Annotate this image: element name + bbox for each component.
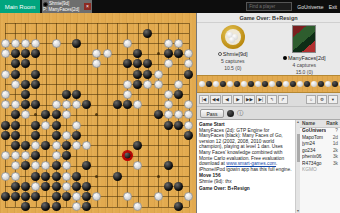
black-stone xyxy=(21,141,30,150)
black-stone xyxy=(31,172,40,181)
white-stone xyxy=(11,161,20,170)
pass-button[interactable]: Pass xyxy=(200,109,224,118)
white-player-card: Shmie[9d] 5 captures 10.5 (0) xyxy=(197,23,269,75)
black-stone-icon xyxy=(43,2,48,7)
exit-link[interactable]: Exit xyxy=(329,4,337,10)
black-stone xyxy=(11,141,20,150)
black-stone xyxy=(82,192,91,201)
white-stone xyxy=(52,141,61,150)
move-thumb-stone[interactable] xyxy=(318,81,324,87)
players-row: Shmie[9d] 5 captures 10.5 (0) ManyFaces[… xyxy=(197,23,340,75)
score-icon[interactable]: ○ xyxy=(306,95,316,104)
white-stone xyxy=(31,39,40,48)
white-stone xyxy=(52,100,61,109)
white-stone xyxy=(123,192,132,201)
white-stone xyxy=(52,39,61,48)
move-thumb-stone[interactable] xyxy=(227,81,233,87)
move-thumb-stone[interactable] xyxy=(199,81,205,87)
black-stone xyxy=(174,182,183,191)
nav-button[interactable]: ◀◀ xyxy=(210,95,221,104)
black-stone xyxy=(52,172,61,181)
close-icon[interactable]: × xyxy=(84,3,91,10)
black-stone xyxy=(174,202,183,211)
move-thumb-stone[interactable] xyxy=(213,81,219,87)
white-stone xyxy=(184,100,193,109)
black-stone xyxy=(174,90,183,99)
move-thumb-stone[interactable] xyxy=(311,81,317,87)
nav-button[interactable]: ↱ xyxy=(278,95,288,104)
chat-message: Shmie (9d): thx xyxy=(199,179,293,185)
white-stone xyxy=(1,49,10,58)
black-stone xyxy=(62,192,71,201)
black-stone xyxy=(82,202,91,211)
black-stone xyxy=(123,100,132,109)
black-stone xyxy=(21,161,30,170)
move-thumb-stone[interactable] xyxy=(262,81,268,87)
black-stone xyxy=(31,151,40,160)
black-stone xyxy=(62,151,71,160)
white-stone xyxy=(41,161,50,170)
navigation-toolbar: |◀◀◀◀▶▶▶▶|↰↱ ○⚙▾ xyxy=(197,93,340,107)
game-tab-labels: Shmie[9d] P: ManyFaces[2d] xyxy=(43,1,83,11)
white-stone xyxy=(31,182,40,191)
black-stone-icon xyxy=(283,56,287,60)
black-player-card: ManyFaces[2d] 4 captures 15.0 (0) xyxy=(269,23,340,75)
black-stone xyxy=(41,141,50,150)
white-stone xyxy=(123,80,132,89)
black-stone xyxy=(21,90,30,99)
black-stone xyxy=(11,70,20,79)
hoshi-point xyxy=(34,113,37,116)
white-stone xyxy=(164,90,173,99)
black-stone xyxy=(123,151,132,160)
move-history-strip[interactable] xyxy=(197,75,340,93)
black-stone xyxy=(184,131,193,140)
white-stone xyxy=(82,141,91,150)
white-clock: 10.5 (0) xyxy=(224,65,241,71)
white-stone xyxy=(11,151,20,160)
find-player-input[interactable] xyxy=(246,2,292,11)
black-captures: 4 captures xyxy=(293,62,316,68)
white-stone xyxy=(72,192,81,201)
white-stone xyxy=(21,151,30,160)
tab-current-game[interactable]: Shmie[9d] P: ManyFaces[2d] × xyxy=(42,0,92,13)
move-thumb-stone[interactable] xyxy=(241,81,247,87)
white-stone xyxy=(21,110,30,119)
black-stone xyxy=(174,121,183,130)
user-row[interactable]: KGMO xyxy=(300,167,340,174)
white-stone xyxy=(52,151,61,160)
chat-message: ManyFaces (2d): GTP Engine for ManyFaces… xyxy=(199,128,293,173)
hoshi-point xyxy=(95,113,98,116)
turn-indicator-black-stone xyxy=(227,110,234,117)
white-stone xyxy=(154,80,163,89)
tab-main-room[interactable]: Main Room xyxy=(0,0,40,13)
chat-link[interactable]: www.smart-games.com xyxy=(226,161,276,166)
move-thumb-stone[interactable] xyxy=(234,81,240,87)
black-stone xyxy=(62,141,71,150)
black-stone xyxy=(21,192,30,201)
black-stone xyxy=(21,80,30,89)
black-stone xyxy=(82,182,91,191)
black-stone xyxy=(41,110,50,119)
white-stone xyxy=(184,121,193,130)
black-stone xyxy=(52,110,61,119)
white-stone xyxy=(143,80,152,89)
white-stone xyxy=(1,151,10,160)
chat-author: Shmie (9d): xyxy=(199,179,224,184)
black-stone xyxy=(1,192,10,201)
white-stone xyxy=(92,59,101,68)
black-stone xyxy=(154,110,163,119)
grid-line xyxy=(148,23,149,207)
black-stone xyxy=(52,131,61,140)
grid-line xyxy=(5,207,189,208)
white-player-avatar xyxy=(221,25,245,49)
black-stone xyxy=(62,90,71,99)
hoshi-point xyxy=(95,175,98,178)
black-stone xyxy=(164,182,173,191)
black-stone xyxy=(41,172,50,181)
white-stone xyxy=(164,100,173,109)
move-thumb-stone[interactable] xyxy=(290,81,296,87)
white-stone xyxy=(92,192,101,201)
white-stone xyxy=(184,110,193,119)
white-stone xyxy=(184,49,193,58)
white-stone xyxy=(164,110,173,119)
white-stone xyxy=(31,161,40,170)
white-stone xyxy=(72,121,81,130)
white-stone xyxy=(164,39,173,48)
black-stone xyxy=(52,192,61,201)
black-stone xyxy=(133,70,142,79)
white-stone xyxy=(62,182,71,191)
white-stone xyxy=(92,49,101,58)
black-stone xyxy=(31,131,40,140)
white-stone xyxy=(72,100,81,109)
go-board[interactable] xyxy=(0,13,196,213)
black-stone xyxy=(31,80,40,89)
game-result: Game Over: B+Resign xyxy=(197,13,340,23)
black-stone xyxy=(41,202,50,211)
black-stone xyxy=(72,172,81,181)
black-stone xyxy=(164,161,173,170)
chat-header: Game Over: B+Resign xyxy=(199,186,293,192)
black-stone xyxy=(1,131,10,140)
white-stone xyxy=(62,100,71,109)
black-stone xyxy=(31,49,40,58)
move-thumb-stone[interactable] xyxy=(255,81,261,87)
hoshi-point xyxy=(157,175,160,178)
white-stone xyxy=(1,90,10,99)
move-thumb-stone[interactable] xyxy=(297,81,303,87)
top-bar: Main Room Shmie[9d] P: ManyFaces[2d] × G… xyxy=(0,0,340,13)
move-thumb-stone[interactable] xyxy=(283,81,289,87)
move-thumb-stone[interactable] xyxy=(269,81,275,87)
black-stone xyxy=(31,100,40,109)
move-thumb-stone[interactable] xyxy=(332,81,338,87)
scroll-down-icon[interactable]: ▼ xyxy=(296,209,300,213)
white-stone xyxy=(31,141,40,150)
move-thumb-stone[interactable] xyxy=(304,81,310,87)
black-player-name[interactable]: ManyFaces[2d] xyxy=(283,55,326,61)
white-stone xyxy=(133,100,142,109)
black-stone xyxy=(11,182,20,191)
black-stone xyxy=(11,131,20,140)
white-stone xyxy=(184,192,193,201)
nav-button[interactable]: |◀ xyxy=(199,95,209,104)
white-stone xyxy=(133,202,142,211)
white-stone xyxy=(62,110,71,119)
move-thumb-stone[interactable] xyxy=(276,81,282,87)
white-stone xyxy=(1,100,10,109)
white-stone xyxy=(11,100,20,109)
black-stone xyxy=(11,192,20,201)
black-stone xyxy=(72,39,81,48)
black-stone xyxy=(72,131,81,140)
user-list: Name Rank GoUniverse?MapoTom2djym241dgo2… xyxy=(300,120,340,213)
action-row: Pass ⓘ xyxy=(197,107,340,120)
black-stone xyxy=(184,70,193,79)
chevron-down-icon[interactable]: ▾ xyxy=(328,95,338,104)
black-stone xyxy=(113,172,122,181)
white-stone xyxy=(1,70,10,79)
white-stone xyxy=(1,172,10,181)
white-stone xyxy=(21,39,30,48)
white-stone xyxy=(11,39,20,48)
black-stone xyxy=(72,90,81,99)
black-stone xyxy=(82,161,91,170)
chat-scrollbar[interactable]: ▲ ▼ xyxy=(296,120,300,213)
white-stone xyxy=(11,80,20,89)
nav-button[interactable]: ▶ xyxy=(233,95,243,104)
black-stone xyxy=(21,100,30,109)
white-player-name[interactable]: Shmie[9d] xyxy=(218,51,248,57)
gear-icon[interactable]: ⚙ xyxy=(317,95,327,104)
black-stone xyxy=(52,202,61,211)
move-thumb-stone[interactable] xyxy=(248,81,254,87)
white-stone xyxy=(133,161,142,170)
black-stone xyxy=(133,49,142,58)
white-stone xyxy=(154,70,163,79)
nav-button[interactable]: ▶▶ xyxy=(244,95,255,104)
black-stone xyxy=(133,59,142,68)
white-stone xyxy=(41,121,50,130)
white-stone xyxy=(72,202,81,211)
move-thumb-stone[interactable] xyxy=(206,81,212,87)
white-stone xyxy=(62,131,71,140)
white-stone-icon xyxy=(218,52,222,56)
black-stone xyxy=(133,80,142,89)
nav-button[interactable]: ▶| xyxy=(256,95,266,104)
nav-button[interactable]: ◀ xyxy=(222,95,232,104)
chat-author: ManyFaces (2d): xyxy=(199,128,235,133)
black-stone xyxy=(113,100,122,109)
black-stone xyxy=(41,182,50,191)
black-stone xyxy=(52,161,61,170)
white-stone xyxy=(62,161,71,170)
black-stone xyxy=(31,121,40,130)
gouniverse-link[interactable]: GoUniverse xyxy=(297,4,323,10)
black-player-avatar xyxy=(292,25,316,53)
white-stone xyxy=(174,39,183,48)
white-stone xyxy=(72,141,81,150)
black-stone xyxy=(143,59,152,68)
black-stone xyxy=(164,49,173,58)
white-stone xyxy=(123,39,132,48)
black-stone xyxy=(72,182,81,191)
white-stone xyxy=(174,110,183,119)
white-stone xyxy=(103,49,112,58)
white-stone xyxy=(1,39,10,48)
user-list-header[interactable]: Name Rank xyxy=(300,120,340,128)
black-stone xyxy=(1,121,10,130)
white-stone xyxy=(62,172,71,181)
white-stone xyxy=(123,90,132,99)
black-stone xyxy=(82,100,91,109)
black-stone xyxy=(21,59,30,68)
black-stone xyxy=(143,29,152,38)
game-panel: Game Over: B+Resign Shmie[9d] 5 captures… xyxy=(196,13,340,213)
nav-button[interactable]: ↰ xyxy=(267,95,277,104)
black-stone xyxy=(143,70,152,79)
game-chat[interactable]: Game StartManyFaces (2d): GTP Engine for… xyxy=(197,120,296,213)
scrollbar-thumb[interactable] xyxy=(297,134,300,162)
move-thumb-stone[interactable] xyxy=(220,81,226,87)
white-stone xyxy=(154,192,163,201)
black-stone xyxy=(164,121,173,130)
black-stone xyxy=(52,121,61,130)
white-stone xyxy=(11,172,20,181)
black-stone xyxy=(52,182,61,191)
white-captures: 5 captures xyxy=(221,58,244,64)
white-stone xyxy=(184,59,193,68)
black-stone xyxy=(11,59,20,68)
move-thumb-stone[interactable] xyxy=(325,81,331,87)
black-stone xyxy=(11,110,20,119)
black-stone xyxy=(11,121,20,130)
info-icon[interactable]: ⓘ xyxy=(237,109,243,118)
white-stone xyxy=(174,80,183,89)
hoshi-point xyxy=(157,52,160,55)
black-stone xyxy=(174,49,183,58)
black-stone xyxy=(21,182,30,191)
black-stone xyxy=(123,59,132,68)
black-stone xyxy=(21,49,30,58)
white-stone xyxy=(164,59,173,68)
grid-line xyxy=(127,23,128,207)
black-stone xyxy=(31,70,40,79)
scroll-up-icon[interactable]: ▲ xyxy=(296,120,300,124)
black-stone xyxy=(31,192,40,201)
black-stone xyxy=(133,141,142,150)
black-stone xyxy=(11,49,20,58)
black-stone xyxy=(21,202,30,211)
